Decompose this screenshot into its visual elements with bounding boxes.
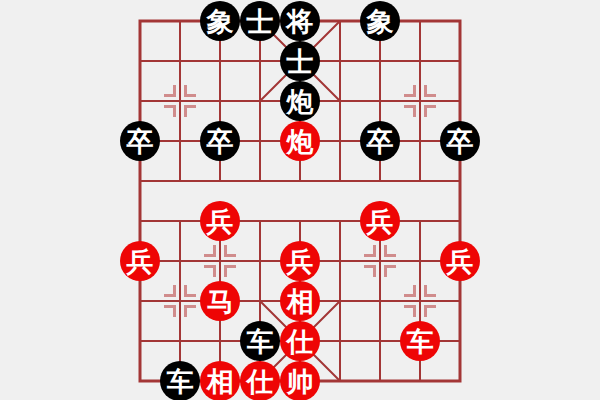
piece-black-cannon[interactable]: 炮 <box>280 81 320 121</box>
point-marker <box>200 241 240 281</box>
piece-red-pawn[interactable]: 兵 <box>280 241 320 281</box>
point-marker-corner <box>164 85 176 97</box>
point-marker-corner <box>384 265 396 277</box>
point-marker-corner <box>184 305 196 317</box>
point-marker-corner <box>184 105 196 117</box>
piece-red-chariot[interactable]: 车 <box>400 321 440 361</box>
piece-red-cannon[interactable]: 炮 <box>280 121 320 161</box>
piece-black-pawn[interactable]: 卒 <box>440 121 480 161</box>
point-marker-corner <box>164 285 176 297</box>
point-marker-corner <box>404 285 416 297</box>
piece-black-advisor[interactable]: 士 <box>240 1 280 41</box>
piece-red-pawn[interactable]: 兵 <box>360 201 400 241</box>
piece-black-pawn[interactable]: 卒 <box>360 121 400 161</box>
xiangqi-diagram: 象士将象士炮卒卒炮卒卒兵兵兵兵兵马相车仕车车相仕帅 <box>0 0 600 400</box>
point-marker-corner <box>424 305 436 317</box>
piece-red-advisor[interactable]: 仕 <box>240 361 280 400</box>
piece-red-pawn[interactable]: 兵 <box>440 241 480 281</box>
piece-black-pawn[interactable]: 卒 <box>120 121 160 161</box>
piece-black-elephant[interactable]: 象 <box>200 1 240 41</box>
piece-red-elephant[interactable]: 相 <box>200 361 240 400</box>
point-marker-corner <box>204 265 216 277</box>
point-marker-corner <box>184 85 196 97</box>
piece-black-pawn[interactable]: 卒 <box>200 121 240 161</box>
point-marker <box>400 81 440 121</box>
piece-red-pawn[interactable]: 兵 <box>120 241 160 281</box>
point-marker-corner <box>164 305 176 317</box>
point-marker-corner <box>224 245 236 257</box>
piece-black-chariot[interactable]: 车 <box>240 321 280 361</box>
piece-red-general[interactable]: 帅 <box>280 361 320 400</box>
point-marker-corner <box>404 85 416 97</box>
xiangqi-board: 象士将象士炮卒卒炮卒卒兵兵兵兵兵马相车仕车车相仕帅 <box>120 1 480 400</box>
piece-red-advisor[interactable]: 仕 <box>280 321 320 361</box>
piece-black-elephant[interactable]: 象 <box>360 1 400 41</box>
point-marker-corner <box>204 245 216 257</box>
point-marker-corner <box>404 105 416 117</box>
point-marker <box>400 281 440 321</box>
point-marker-corner <box>424 85 436 97</box>
piece-red-pawn[interactable]: 兵 <box>200 201 240 241</box>
point-marker-corner <box>184 285 196 297</box>
point-marker <box>160 81 200 121</box>
piece-black-general[interactable]: 将 <box>280 1 320 41</box>
point-marker-corner <box>404 305 416 317</box>
point-marker-corner <box>364 265 376 277</box>
piece-red-elephant[interactable]: 相 <box>280 281 320 321</box>
piece-red-horse[interactable]: 马 <box>200 281 240 321</box>
point-marker-corner <box>224 265 236 277</box>
point-marker-corner <box>424 285 436 297</box>
point-marker-corner <box>424 105 436 117</box>
piece-black-chariot[interactable]: 车 <box>160 361 200 400</box>
point-marker <box>160 281 200 321</box>
piece-black-advisor[interactable]: 士 <box>280 41 320 81</box>
point-marker-corner <box>384 245 396 257</box>
point-marker <box>360 241 400 281</box>
point-marker-corner <box>164 105 176 117</box>
point-marker-corner <box>364 245 376 257</box>
